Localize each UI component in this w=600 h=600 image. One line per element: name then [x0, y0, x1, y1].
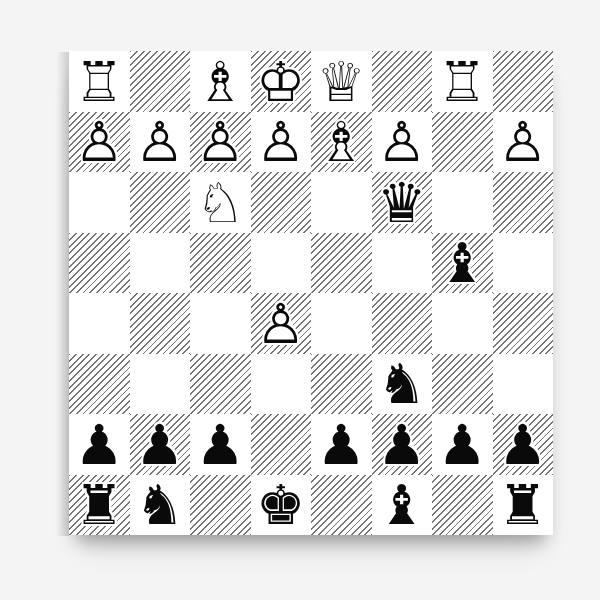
piece-wP-f2: ♙ [196, 115, 245, 170]
square-b2 [432, 112, 493, 173]
square-f1: ♝♗ [190, 51, 251, 112]
square-f7: ♟♟ [190, 414, 251, 475]
square-d1: ♛♕ [311, 51, 372, 112]
square-e1: ♚♔ [251, 51, 312, 112]
piece-bQ-c3: ♛ [377, 176, 426, 231]
square-a5 [493, 293, 554, 354]
square-h1: ♜♖ [69, 51, 130, 112]
square-b3 [432, 172, 493, 233]
square-f3: ♞♘ [190, 172, 251, 233]
piece-wB-f1: ♗ [196, 55, 245, 110]
square-c4 [372, 233, 433, 294]
piece-bP-h7: ♟ [75, 418, 124, 473]
square-a1 [493, 51, 554, 112]
square-e2: ♟♙ [251, 112, 312, 173]
square-a2: ♟♙ [493, 112, 554, 173]
piece-wK-e1: ♔ [256, 55, 305, 110]
square-b8 [432, 475, 493, 536]
square-f5 [190, 293, 251, 354]
square-f8 [190, 475, 251, 536]
square-f6 [190, 354, 251, 415]
square-a6 [493, 354, 554, 415]
piece-wP-a2: ♙ [498, 115, 547, 170]
piece-wP-g2: ♙ [135, 115, 184, 170]
piece-bK-e8: ♚ [256, 478, 305, 533]
square-c3: ♛♛ [372, 172, 433, 233]
square-h2: ♟♙ [69, 112, 130, 173]
square-h5 [69, 293, 130, 354]
square-d5 [311, 293, 372, 354]
square-g5 [130, 293, 191, 354]
square-g4 [130, 233, 191, 294]
square-g6 [130, 354, 191, 415]
piece-wP-e5: ♙ [256, 297, 305, 352]
square-c5 [372, 293, 433, 354]
piece-bN-c6: ♞ [377, 357, 426, 412]
square-e7 [251, 414, 312, 475]
square-b4: ♝♝ [432, 233, 493, 294]
piece-wR-h1: ♖ [75, 55, 124, 110]
board: ♜♖♝♗♚♔♛♕♜♖♟♙♟♙♟♙♟♙♝♗♟♙♟♙♞♘♛♛♝♝♟♙♞♞♟♟♟♟♟♟… [69, 51, 553, 535]
square-e6 [251, 354, 312, 415]
square-g8: ♞♞ [130, 475, 191, 536]
square-a4 [493, 233, 554, 294]
piece-wN-f3: ♘ [196, 176, 245, 231]
square-d4 [311, 233, 372, 294]
piece-bB-c8: ♝ [377, 478, 426, 533]
square-a8: ♜♜ [493, 475, 554, 536]
square-b7: ♟♟ [432, 414, 493, 475]
square-d2: ♝♗ [311, 112, 372, 173]
piece-wP-c2: ♙ [377, 115, 426, 170]
square-f4 [190, 233, 251, 294]
square-d7: ♟♟ [311, 414, 372, 475]
square-c8: ♝♝ [372, 475, 433, 536]
piece-bB-b4: ♝ [438, 236, 487, 291]
page-background: { "game": "chess", "position": { "fen": … [0, 0, 600, 600]
square-e4 [251, 233, 312, 294]
square-e5: ♟♙ [251, 293, 312, 354]
piece-bR-a8: ♜ [498, 478, 547, 533]
square-h8: ♜♜ [69, 475, 130, 536]
square-h3 [69, 172, 130, 233]
piece-wR-b1: ♖ [438, 55, 487, 110]
square-c1 [372, 51, 433, 112]
square-g1 [130, 51, 191, 112]
square-c6: ♞♞ [372, 354, 433, 415]
square-h4 [69, 233, 130, 294]
piece-wB-d2: ♗ [317, 115, 366, 170]
piece-bP-f7: ♟ [196, 418, 245, 473]
square-g7: ♟♟ [130, 414, 191, 475]
piece-bP-c7: ♟ [377, 418, 426, 473]
piece-bP-d7: ♟ [317, 418, 366, 473]
piece-wP-h2: ♙ [75, 115, 124, 170]
square-h6 [69, 354, 130, 415]
metal-print-panel: ♜♖♝♗♚♔♛♕♜♖♟♙♟♙♟♙♟♙♝♗♟♙♟♙♞♘♛♛♝♝♟♙♞♞♟♟♟♟♟♟… [69, 51, 553, 535]
square-b6 [432, 354, 493, 415]
square-b1: ♜♖ [432, 51, 493, 112]
piece-bR-h8: ♜ [75, 478, 124, 533]
square-h7: ♟♟ [69, 414, 130, 475]
square-c7: ♟♟ [372, 414, 433, 475]
piece-bP-b7: ♟ [438, 418, 487, 473]
square-a3 [493, 172, 554, 233]
square-f2: ♟♙ [190, 112, 251, 173]
square-a7: ♟♟ [493, 414, 554, 475]
square-e8: ♚♚ [251, 475, 312, 536]
piece-bN-g8: ♞ [135, 478, 184, 533]
square-d8 [311, 475, 372, 536]
square-b5 [432, 293, 493, 354]
square-c2: ♟♙ [372, 112, 433, 173]
square-d6 [311, 354, 372, 415]
square-d3 [311, 172, 372, 233]
piece-wP-e2: ♙ [256, 115, 305, 170]
piece-bP-g7: ♟ [135, 418, 184, 473]
piece-wQ-d1: ♕ [317, 55, 366, 110]
square-g3 [130, 172, 191, 233]
square-e3 [251, 172, 312, 233]
piece-bP-a7: ♟ [498, 418, 547, 473]
square-g2: ♟♙ [130, 112, 191, 173]
